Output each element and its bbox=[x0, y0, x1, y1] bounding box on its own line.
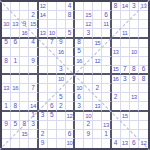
cell-r12c3[interactable] bbox=[20, 102, 29, 111]
cell-r15c10[interactable]: 9 bbox=[84, 130, 93, 139]
cell-r16c5[interactable]: 9 bbox=[39, 139, 48, 148]
cell-r4c11[interactable] bbox=[93, 29, 102, 38]
cell-r11c3[interactable] bbox=[20, 93, 29, 102]
cell-r1c2[interactable] bbox=[11, 2, 20, 11]
cell-r11c12[interactable] bbox=[102, 93, 111, 102]
cell-r12c14[interactable] bbox=[121, 102, 130, 111]
cell-r6c5[interactable] bbox=[39, 48, 48, 57]
cell-r15c11[interactable] bbox=[93, 130, 102, 139]
cell-r12c8[interactable] bbox=[66, 102, 75, 111]
cell-r6c3[interactable] bbox=[20, 48, 29, 57]
cell-r11c16[interactable] bbox=[139, 93, 148, 102]
cell-r3c8[interactable] bbox=[66, 20, 75, 29]
cell-r3c6[interactable] bbox=[48, 20, 57, 29]
cell-r5c4[interactable]: 4 bbox=[29, 39, 38, 48]
cell-r6c15[interactable]: 10 bbox=[130, 48, 139, 57]
cell-r9c12[interactable] bbox=[102, 75, 111, 84]
cell-r14c12[interactable]: 13 bbox=[102, 121, 111, 130]
cell-r13c11[interactable] bbox=[93, 112, 102, 121]
cell-r8c12[interactable] bbox=[102, 66, 111, 75]
cell-r2c14[interactable] bbox=[121, 11, 130, 20]
cell-r14c4[interactable]: 3 bbox=[29, 121, 38, 130]
cell-r5c12[interactable] bbox=[102, 39, 111, 48]
cell-r4c1[interactable] bbox=[2, 29, 11, 38]
cell-r9c14[interactable]: 3 bbox=[121, 75, 130, 84]
cell-r10c8[interactable] bbox=[66, 84, 75, 93]
cell-r15c1[interactable] bbox=[2, 130, 11, 139]
cell-r15c2[interactable] bbox=[11, 130, 20, 139]
cell-r8c13[interactable]: 15 bbox=[112, 66, 121, 75]
cell-r6c7[interactable]: 16 bbox=[57, 48, 66, 57]
cell-r9c6[interactable] bbox=[48, 75, 57, 84]
cell-r4c2[interactable] bbox=[11, 29, 20, 38]
cell-r12c5[interactable] bbox=[39, 102, 48, 111]
cell-r3c3[interactable]: 9 bbox=[20, 20, 29, 29]
cell-r2c6[interactable] bbox=[48, 11, 57, 20]
cell-r14c7[interactable] bbox=[57, 121, 66, 130]
given-number: 9 bbox=[4, 121, 8, 128]
given-number: 14 bbox=[30, 103, 36, 109]
given-number: 13 bbox=[12, 21, 18, 27]
cell-r4c14[interactable]: 11 bbox=[121, 29, 130, 38]
cell-r14c2[interactable]: 5 bbox=[11, 121, 20, 130]
cell-r15c3[interactable]: 15 bbox=[20, 130, 29, 139]
cell-r16c6[interactable] bbox=[48, 139, 57, 148]
given-number: 10 bbox=[58, 76, 64, 82]
cell-r10c16[interactable] bbox=[139, 84, 148, 93]
cell-r14c8[interactable] bbox=[66, 121, 75, 130]
cell-r16c12[interactable] bbox=[102, 139, 111, 148]
given-number: 3 bbox=[132, 3, 136, 10]
cell-r7c4[interactable]: 9 bbox=[29, 57, 38, 66]
cell-r3c5[interactable] bbox=[39, 20, 48, 29]
given-number: 15 bbox=[113, 66, 119, 72]
cell-r15c9[interactable] bbox=[75, 130, 84, 139]
cell-r13c3[interactable] bbox=[20, 112, 29, 121]
cell-r5c7[interactable]: 9 bbox=[57, 39, 66, 48]
cell-r4c6[interactable]: 10 bbox=[48, 29, 57, 38]
given-number: 2 bbox=[114, 94, 118, 101]
cell-r1c14[interactable]: 14 bbox=[121, 2, 130, 11]
cell-r5c3[interactable] bbox=[20, 39, 29, 48]
cell-r13c5[interactable]: 3 bbox=[39, 112, 48, 121]
cell-r15c14[interactable] bbox=[121, 130, 130, 139]
cell-r12c10[interactable] bbox=[84, 102, 93, 111]
given-number: 15 bbox=[122, 113, 128, 119]
given-number: 6 bbox=[142, 66, 146, 73]
cell-r11c7[interactable]: 5 bbox=[57, 93, 66, 102]
cell-r1c9[interactable] bbox=[75, 2, 84, 11]
cell-r9c11[interactable] bbox=[93, 75, 102, 84]
cell-r1c4[interactable] bbox=[29, 2, 38, 11]
cell-r3c12[interactable]: 11 bbox=[102, 20, 111, 29]
cell-r15c5[interactable]: 2 bbox=[39, 130, 48, 139]
cell-r2c11[interactable] bbox=[93, 11, 102, 20]
cell-r16c4[interactable] bbox=[29, 139, 38, 148]
given-number: 15 bbox=[21, 131, 27, 137]
cell-r10c10[interactable] bbox=[84, 84, 93, 93]
cell-r3c15[interactable] bbox=[130, 20, 139, 29]
cell-r2c3[interactable] bbox=[20, 11, 29, 20]
cell-r5c8[interactable] bbox=[66, 39, 75, 48]
cell-r2c4[interactable]: 2 bbox=[29, 11, 38, 20]
given-number: 9 bbox=[86, 131, 90, 138]
cell-r10c3[interactable] bbox=[20, 84, 29, 93]
cell-r14c15[interactable] bbox=[130, 121, 139, 130]
cell-r3c11[interactable] bbox=[93, 20, 102, 29]
given-number: 6 bbox=[68, 131, 72, 138]
cell-r8c15[interactable]: 8 bbox=[130, 66, 139, 75]
cell-r6c12[interactable] bbox=[102, 48, 111, 57]
cell-r6c2[interactable] bbox=[11, 48, 20, 57]
cell-r4c10[interactable]: 3 bbox=[84, 29, 93, 38]
cell-r7c9[interactable]: 16 bbox=[75, 57, 84, 66]
cell-r16c16[interactable]: 12 bbox=[139, 139, 148, 148]
cell-r12c6[interactable]: 6 bbox=[48, 102, 57, 111]
given-number: 3 bbox=[123, 76, 127, 83]
cell-r2c7[interactable] bbox=[57, 11, 66, 20]
cell-r9c1[interactable] bbox=[2, 75, 11, 84]
cell-r4c16[interactable] bbox=[139, 29, 148, 38]
cell-r10c5[interactable] bbox=[39, 84, 48, 93]
cell-r11c2[interactable] bbox=[11, 93, 20, 102]
cell-r1c6[interactable] bbox=[48, 2, 57, 11]
cell-r3c2[interactable]: 13 bbox=[11, 20, 20, 29]
given-number: 16 bbox=[58, 49, 64, 55]
cell-r14c13[interactable] bbox=[112, 121, 121, 130]
cell-r11c8[interactable] bbox=[66, 93, 75, 102]
cell-r1c5[interactable]: 12 bbox=[39, 2, 48, 11]
cell-r16c3[interactable] bbox=[20, 139, 29, 148]
cell-r2c1[interactable] bbox=[2, 11, 11, 20]
cell-r6c10[interactable] bbox=[84, 48, 93, 57]
given-number: 14 bbox=[122, 3, 128, 9]
cell-r6c14[interactable] bbox=[121, 48, 130, 57]
cell-r14c3[interactable]: 8 bbox=[20, 121, 29, 130]
cell-r11c10[interactable] bbox=[84, 93, 93, 102]
cell-r5c13[interactable] bbox=[112, 39, 121, 48]
cell-r10c11[interactable]: 2 bbox=[93, 84, 102, 93]
cell-r15c13[interactable] bbox=[112, 130, 121, 139]
cell-r8c7[interactable]: 3 bbox=[57, 66, 66, 75]
cell-r1c8[interactable]: 4 bbox=[66, 2, 75, 11]
cell-r11c1[interactable] bbox=[2, 93, 11, 102]
cell-r5c11[interactable]: 15 bbox=[93, 39, 102, 48]
cell-r8c4[interactable] bbox=[29, 66, 38, 75]
cell-r16c13[interactable]: 4 bbox=[112, 139, 121, 148]
cell-r10c14[interactable] bbox=[121, 84, 130, 93]
given-number: 6 bbox=[132, 140, 136, 147]
cell-r15c15[interactable] bbox=[130, 130, 139, 139]
cell-r5c1[interactable]: 5 bbox=[2, 39, 11, 48]
cell-r3c14[interactable] bbox=[121, 20, 130, 29]
given-number: 12 bbox=[40, 3, 46, 9]
cell-r15c8[interactable]: 6 bbox=[66, 130, 75, 139]
cell-r12c9[interactable]: 3 bbox=[75, 102, 84, 111]
given-number: 13 bbox=[113, 49, 119, 55]
cell-r9c4[interactable] bbox=[29, 75, 38, 84]
given-number: 3 bbox=[86, 30, 90, 37]
cell-r1c16[interactable]: 13 bbox=[139, 2, 148, 11]
cell-r10c2[interactable]: 16 bbox=[11, 84, 20, 93]
cell-r8c5[interactable] bbox=[39, 66, 48, 75]
given-number: 2 bbox=[41, 131, 45, 138]
cell-r11c9[interactable]: 6 bbox=[75, 93, 84, 102]
cell-r1c11[interactable] bbox=[93, 2, 102, 11]
cell-r7c1[interactable]: 8 bbox=[2, 57, 11, 66]
given-number: 8 bbox=[4, 58, 8, 65]
cell-r11c4[interactable] bbox=[29, 93, 38, 102]
cell-r7c2[interactable]: 1 bbox=[11, 57, 20, 66]
cell-r14c14[interactable] bbox=[121, 121, 130, 130]
cell-r13c7[interactable] bbox=[57, 112, 66, 121]
cell-r13c1[interactable] bbox=[2, 112, 11, 121]
cell-r12c13[interactable] bbox=[112, 102, 121, 111]
given-number: 16 bbox=[113, 76, 119, 82]
cell-r2c8[interactable]: 8 bbox=[66, 11, 75, 20]
cell-r12c2[interactable]: 8 bbox=[11, 102, 20, 111]
cell-r11c14[interactable] bbox=[121, 93, 130, 102]
cell-r14c6[interactable] bbox=[48, 121, 57, 130]
cell-r12c11[interactable]: 13 bbox=[93, 102, 102, 111]
cell-r9c15[interactable]: 9 bbox=[130, 75, 139, 84]
cell-r3c9[interactable] bbox=[75, 20, 84, 29]
cell-r5c2[interactable]: 6 bbox=[11, 39, 20, 48]
cell-r16c10[interactable] bbox=[84, 139, 93, 148]
cell-r11c5[interactable] bbox=[39, 93, 48, 102]
cell-r2c9[interactable] bbox=[75, 11, 84, 20]
given-number: 7 bbox=[50, 39, 54, 46]
cell-r12c15[interactable] bbox=[130, 102, 139, 111]
given-number: 16 bbox=[21, 30, 27, 36]
cell-r12c4[interactable]: 14 bbox=[29, 102, 38, 111]
cell-r9c3[interactable] bbox=[20, 75, 29, 84]
cell-r10c7[interactable] bbox=[57, 84, 66, 93]
cell-r3c7[interactable] bbox=[57, 20, 66, 29]
cell-r7c5[interactable] bbox=[39, 57, 48, 66]
given-number: 1 bbox=[4, 103, 8, 110]
cell-r4c5[interactable]: 13 bbox=[39, 29, 48, 38]
cell-r16c15[interactable]: 6 bbox=[130, 139, 139, 148]
cell-r12c1[interactable]: 1 bbox=[2, 102, 11, 111]
given-number: 9 bbox=[132, 76, 136, 83]
given-number: 6 bbox=[104, 12, 108, 19]
cell-r7c3[interactable] bbox=[20, 57, 29, 66]
cell-r11c13[interactable]: 2 bbox=[112, 93, 121, 102]
cell-r3c16[interactable] bbox=[139, 20, 148, 29]
given-number: 13 bbox=[94, 103, 100, 109]
cell-r5c9[interactable]: 8 bbox=[75, 39, 84, 48]
cell-r13c9[interactable] bbox=[75, 112, 84, 121]
cell-r10c9[interactable]: 10 bbox=[75, 84, 84, 93]
cell-r6c1[interactable] bbox=[2, 48, 11, 57]
cell-r5c6[interactable]: 7 bbox=[48, 39, 57, 48]
cell-r6c4[interactable] bbox=[29, 48, 38, 57]
cell-r8c8[interactable] bbox=[66, 66, 75, 75]
cell-r11c15[interactable]: 13 bbox=[130, 93, 139, 102]
cell-r7c6[interactable] bbox=[48, 57, 57, 66]
cell-r9c9[interactable] bbox=[75, 75, 84, 84]
cell-r7c11[interactable]: 12 bbox=[93, 57, 102, 66]
cell-r4c12[interactable] bbox=[102, 29, 111, 38]
given-number: 4 bbox=[114, 140, 118, 147]
given-number: 8 bbox=[77, 39, 81, 46]
given-number: 1 bbox=[31, 112, 35, 119]
cell-r1c15[interactable]: 3 bbox=[130, 2, 139, 11]
cell-r2c15[interactable] bbox=[130, 11, 139, 20]
cell-r2c16[interactable] bbox=[139, 11, 148, 20]
cell-r16c2[interactable] bbox=[11, 139, 20, 148]
cell-r6c16[interactable] bbox=[139, 48, 148, 57]
cell-r9c10[interactable] bbox=[84, 75, 93, 84]
cell-r13c4[interactable]: 1 bbox=[29, 112, 38, 121]
cell-r4c8[interactable]: 5 bbox=[66, 29, 75, 38]
cell-r2c12[interactable]: 6 bbox=[102, 11, 111, 20]
cell-r15c4[interactable] bbox=[29, 130, 38, 139]
cell-r11c11[interactable] bbox=[93, 93, 102, 102]
cell-r8c11[interactable] bbox=[93, 66, 102, 75]
given-number: 9 bbox=[23, 21, 27, 28]
cell-r14c1[interactable]: 9 bbox=[2, 121, 11, 130]
cell-r13c8[interactable]: 12 bbox=[66, 112, 75, 121]
given-number: 6 bbox=[13, 39, 17, 46]
cell-r10c4[interactable]: 7 bbox=[29, 84, 38, 93]
cell-r11c6[interactable] bbox=[48, 93, 57, 102]
cell-r2c10[interactable]: 15 bbox=[84, 11, 93, 20]
cell-r6c6[interactable] bbox=[48, 48, 57, 57]
cell-r15c12[interactable]: 1 bbox=[102, 130, 111, 139]
cell-r15c6[interactable] bbox=[48, 130, 57, 139]
given-number: 15 bbox=[85, 12, 91, 18]
cell-r8c2[interactable] bbox=[11, 66, 20, 75]
cell-r8c10[interactable] bbox=[84, 66, 93, 75]
cell-r14c10[interactable]: 2 bbox=[84, 121, 93, 130]
cell-r8c1[interactable] bbox=[2, 66, 11, 75]
cell-r2c2[interactable] bbox=[11, 11, 20, 20]
cell-r8c6[interactable] bbox=[48, 66, 57, 75]
cell-r13c16[interactable] bbox=[139, 112, 148, 121]
cell-r6c11[interactable] bbox=[93, 48, 102, 57]
cell-r5c14[interactable] bbox=[121, 39, 130, 48]
cell-r10c1[interactable]: 13 bbox=[2, 84, 11, 93]
given-number: 9 bbox=[31, 58, 35, 65]
cell-r9c13[interactable]: 16 bbox=[112, 75, 121, 84]
cell-r15c16[interactable] bbox=[139, 130, 148, 139]
cell-r9c7[interactable]: 10 bbox=[57, 75, 66, 84]
cell-r5c5[interactable] bbox=[39, 39, 48, 48]
cell-r2c13[interactable] bbox=[112, 11, 121, 20]
cell-r1c10[interactable] bbox=[84, 2, 93, 11]
cell-r15c7[interactable] bbox=[57, 130, 66, 139]
given-number: 11 bbox=[103, 21, 108, 27]
cell-r13c13[interactable] bbox=[112, 112, 121, 121]
cell-r16c11[interactable] bbox=[93, 139, 102, 148]
cell-r6c13[interactable]: 13 bbox=[112, 48, 121, 57]
cell-r4c15[interactable] bbox=[130, 29, 139, 38]
cell-r10c13[interactable] bbox=[112, 84, 121, 93]
cell-r8c16[interactable]: 6 bbox=[139, 66, 148, 75]
cell-r1c12[interactable] bbox=[102, 2, 111, 11]
given-number: 12 bbox=[67, 113, 73, 119]
cell-r3c1[interactable]: 10 bbox=[2, 20, 11, 29]
cell-r12c7[interactable]: 2 bbox=[57, 102, 66, 111]
cell-r8c9[interactable] bbox=[75, 66, 84, 75]
cell-r8c14[interactable]: 7 bbox=[121, 66, 130, 75]
cell-r4c4[interactable] bbox=[29, 29, 38, 38]
cell-r9c16[interactable]: 8 bbox=[139, 75, 148, 84]
given-number: 15 bbox=[94, 40, 100, 46]
cell-r1c1[interactable] bbox=[2, 2, 11, 11]
cell-r16c1[interactable] bbox=[2, 139, 11, 148]
cell-r9c2[interactable] bbox=[11, 75, 20, 84]
given-number: 2 bbox=[86, 121, 90, 128]
cell-r13c15[interactable] bbox=[130, 112, 139, 121]
cell-r7c10[interactable] bbox=[84, 57, 93, 66]
cell-r10c15[interactable] bbox=[130, 84, 139, 93]
cell-r7c8[interactable] bbox=[66, 57, 75, 66]
cell-r14c11[interactable] bbox=[93, 121, 102, 130]
cell-r5c10[interactable] bbox=[84, 39, 93, 48]
cell-r1c13[interactable]: 8 bbox=[112, 2, 121, 11]
cell-r6c8[interactable] bbox=[66, 48, 75, 57]
given-number: 9 bbox=[41, 140, 45, 147]
cell-r12c16[interactable] bbox=[139, 102, 148, 111]
cell-r3c13[interactable] bbox=[112, 20, 121, 29]
given-number: 2 bbox=[31, 12, 35, 19]
sudoku-board: 1248143132148156101391512111613105311564… bbox=[0, 0, 150, 150]
cell-r10c6[interactable] bbox=[48, 84, 57, 93]
cell-r7c12[interactable] bbox=[102, 57, 111, 66]
cell-r12c12[interactable] bbox=[102, 102, 111, 111]
cell-r6c9[interactable]: 5 bbox=[75, 48, 84, 57]
cell-r5c15[interactable] bbox=[130, 39, 139, 48]
cell-r5c16[interactable] bbox=[139, 39, 148, 48]
cell-r14c9[interactable] bbox=[75, 121, 84, 130]
cell-r16c9[interactable] bbox=[75, 139, 84, 148]
cell-r3c10[interactable]: 12 bbox=[84, 20, 93, 29]
cell-r8c3[interactable] bbox=[20, 66, 29, 75]
given-number: 8 bbox=[114, 3, 118, 10]
cell-r4c7[interactable] bbox=[57, 29, 66, 38]
cell-r16c14[interactable]: 13 bbox=[121, 139, 130, 148]
cell-r14c16[interactable] bbox=[139, 121, 148, 130]
given-number: 9 bbox=[59, 39, 63, 46]
cell-r9c8[interactable] bbox=[66, 75, 75, 84]
cell-r13c12[interactable] bbox=[102, 112, 111, 121]
given-number: 16 bbox=[12, 85, 18, 91]
cell-r1c7[interactable] bbox=[57, 2, 66, 11]
cell-r16c7[interactable] bbox=[57, 139, 66, 148]
cell-r13c2[interactable] bbox=[11, 112, 20, 121]
cell-r7c13[interactable] bbox=[112, 57, 121, 66]
cell-r13c6[interactable]: 5 bbox=[48, 112, 57, 121]
cell-r1c3[interactable] bbox=[20, 2, 29, 11]
cell-r4c3[interactable]: 16 bbox=[20, 29, 29, 38]
cell-r3c4[interactable]: 15 bbox=[29, 20, 38, 29]
given-number: 5 bbox=[50, 112, 54, 119]
cell-r2c5[interactable]: 14 bbox=[39, 11, 48, 20]
cell-r16c8[interactable]: 10 bbox=[66, 139, 75, 148]
cell-r10c12[interactable] bbox=[102, 84, 111, 93]
cell-r4c13[interactable] bbox=[112, 29, 121, 38]
cell-r13c10[interactable]: 10 bbox=[84, 112, 93, 121]
given-number: 3 bbox=[77, 103, 81, 110]
cell-r14c5[interactable] bbox=[39, 121, 48, 130]
cell-r9c5[interactable] bbox=[39, 75, 48, 84]
given-number: 6 bbox=[77, 94, 81, 101]
cell-r13c14[interactable]: 15 bbox=[121, 112, 130, 121]
cell-r4c9[interactable] bbox=[75, 29, 84, 38]
